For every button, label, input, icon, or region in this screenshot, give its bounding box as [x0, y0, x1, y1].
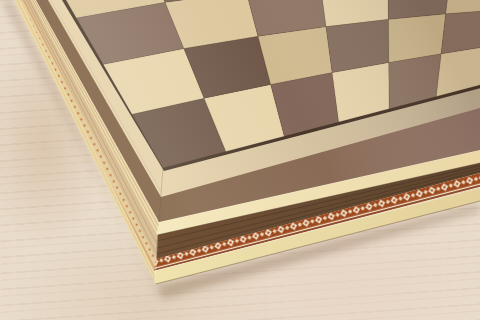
chessboard-case [0, 0, 480, 320]
photo-scene [0, 0, 480, 320]
